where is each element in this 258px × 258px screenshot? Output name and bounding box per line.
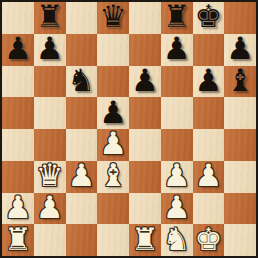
white-rook-piece[interactable]: ♜ <box>4 224 32 255</box>
square-g1[interactable]: ♚ <box>193 224 225 256</box>
square-b2[interactable]: ♟ <box>34 193 66 225</box>
square-b1[interactable] <box>34 224 66 256</box>
square-e6[interactable]: ♟ <box>129 66 161 98</box>
black-rook-piece[interactable]: ♜ <box>36 1 64 32</box>
white-bishop-piece[interactable]: ♝ <box>99 160 127 191</box>
black-pawn-piece[interactable]: ♟ <box>36 33 64 64</box>
chess-board-frame: ♜♛♜♚♟♟♟♟♞♟♟♝♟♟♛♟♝♟♟♟♟♟♜♜♞♚ <box>0 0 258 258</box>
square-e7[interactable] <box>129 34 161 66</box>
square-f4[interactable] <box>161 129 193 161</box>
square-e4[interactable] <box>129 129 161 161</box>
white-pawn-piece[interactable]: ♟ <box>4 192 32 223</box>
square-f8[interactable]: ♜ <box>161 2 193 34</box>
square-d4[interactable]: ♟ <box>97 129 129 161</box>
square-h4[interactable] <box>224 129 256 161</box>
square-b7[interactable]: ♟ <box>34 34 66 66</box>
white-rook-piece[interactable]: ♜ <box>131 224 159 255</box>
square-c7[interactable] <box>66 34 98 66</box>
square-e1[interactable]: ♜ <box>129 224 161 256</box>
square-g4[interactable] <box>193 129 225 161</box>
square-h2[interactable] <box>224 193 256 225</box>
black-rook-piece[interactable]: ♜ <box>163 1 191 32</box>
square-d6[interactable] <box>97 66 129 98</box>
square-a4[interactable] <box>2 129 34 161</box>
square-c3[interactable]: ♟ <box>66 161 98 193</box>
square-h1[interactable] <box>224 224 256 256</box>
white-queen-piece[interactable]: ♛ <box>36 160 64 191</box>
black-king-piece[interactable]: ♚ <box>194 1 222 32</box>
square-d3[interactable]: ♝ <box>97 161 129 193</box>
square-h7[interactable]: ♟ <box>224 34 256 66</box>
square-b8[interactable]: ♜ <box>34 2 66 34</box>
square-g8[interactable]: ♚ <box>193 2 225 34</box>
square-d5[interactable]: ♟ <box>97 97 129 129</box>
white-knight-piece[interactable]: ♞ <box>163 224 191 255</box>
square-g3[interactable]: ♟ <box>193 161 225 193</box>
square-c4[interactable] <box>66 129 98 161</box>
black-pawn-piece[interactable]: ♟ <box>163 33 191 64</box>
white-pawn-piece[interactable]: ♟ <box>194 160 222 191</box>
square-a5[interactable] <box>2 97 34 129</box>
square-g7[interactable] <box>193 34 225 66</box>
white-pawn-piece[interactable]: ♟ <box>163 160 191 191</box>
square-h8[interactable] <box>224 2 256 34</box>
square-e2[interactable] <box>129 193 161 225</box>
black-knight-piece[interactable]: ♞ <box>67 65 95 96</box>
square-c1[interactable] <box>66 224 98 256</box>
black-pawn-piece[interactable]: ♟ <box>131 65 159 96</box>
square-c5[interactable] <box>66 97 98 129</box>
square-b4[interactable] <box>34 129 66 161</box>
square-d2[interactable] <box>97 193 129 225</box>
square-f6[interactable] <box>161 66 193 98</box>
black-queen-piece[interactable]: ♛ <box>99 1 127 32</box>
square-g2[interactable] <box>193 193 225 225</box>
square-d1[interactable] <box>97 224 129 256</box>
white-pawn-piece[interactable]: ♟ <box>36 192 64 223</box>
square-b6[interactable] <box>34 66 66 98</box>
white-pawn-piece[interactable]: ♟ <box>67 160 95 191</box>
black-pawn-piece[interactable]: ♟ <box>4 33 32 64</box>
square-h5[interactable] <box>224 97 256 129</box>
square-f7[interactable]: ♟ <box>161 34 193 66</box>
white-pawn-piece[interactable]: ♟ <box>163 192 191 223</box>
black-bishop-piece[interactable]: ♝ <box>226 65 254 96</box>
square-e3[interactable] <box>129 161 161 193</box>
white-pawn-piece[interactable]: ♟ <box>99 128 127 159</box>
square-h6[interactable]: ♝ <box>224 66 256 98</box>
white-king-piece[interactable]: ♚ <box>194 224 222 255</box>
square-c8[interactable] <box>66 2 98 34</box>
square-d7[interactable] <box>97 34 129 66</box>
square-e8[interactable] <box>129 2 161 34</box>
square-f1[interactable]: ♞ <box>161 224 193 256</box>
black-pawn-piece[interactable]: ♟ <box>194 65 222 96</box>
chess-board: ♜♛♜♚♟♟♟♟♞♟♟♝♟♟♛♟♝♟♟♟♟♟♜♜♞♚ <box>2 2 256 256</box>
square-a7[interactable]: ♟ <box>2 34 34 66</box>
square-h3[interactable] <box>224 161 256 193</box>
square-d8[interactable]: ♛ <box>97 2 129 34</box>
black-pawn-piece[interactable]: ♟ <box>99 97 127 128</box>
square-c2[interactable] <box>66 193 98 225</box>
square-a2[interactable]: ♟ <box>2 193 34 225</box>
square-g6[interactable]: ♟ <box>193 66 225 98</box>
square-b5[interactable] <box>34 97 66 129</box>
square-f5[interactable] <box>161 97 193 129</box>
square-g5[interactable] <box>193 97 225 129</box>
square-a6[interactable] <box>2 66 34 98</box>
black-pawn-piece[interactable]: ♟ <box>226 33 254 64</box>
square-f3[interactable]: ♟ <box>161 161 193 193</box>
square-f2[interactable]: ♟ <box>161 193 193 225</box>
square-a3[interactable] <box>2 161 34 193</box>
square-b3[interactable]: ♛ <box>34 161 66 193</box>
square-a1[interactable]: ♜ <box>2 224 34 256</box>
square-a8[interactable] <box>2 2 34 34</box>
square-c6[interactable]: ♞ <box>66 66 98 98</box>
square-e5[interactable] <box>129 97 161 129</box>
